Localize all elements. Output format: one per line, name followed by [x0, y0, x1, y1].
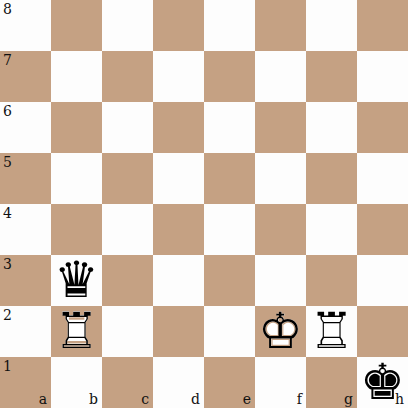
square-b5[interactable]	[51, 153, 102, 204]
square-h2[interactable]	[357, 306, 408, 357]
square-d3[interactable]	[153, 255, 204, 306]
square-b1[interactable]: b	[51, 357, 102, 408]
square-c7[interactable]	[102, 51, 153, 102]
white-rook[interactable]: ♜♖	[51, 306, 102, 357]
square-g8[interactable]	[306, 0, 357, 51]
square-c5[interactable]	[102, 153, 153, 204]
square-h6[interactable]	[357, 102, 408, 153]
square-a6[interactable]: 6	[0, 102, 51, 153]
square-a5[interactable]: 5	[0, 153, 51, 204]
rank-label-6: 6	[3, 104, 12, 118]
square-g1[interactable]: g	[306, 357, 357, 408]
square-d8[interactable]	[153, 0, 204, 51]
white-rook-glyph: ♖	[51, 306, 102, 357]
square-e8[interactable]	[204, 0, 255, 51]
square-d2[interactable]	[153, 306, 204, 357]
file-label-a: a	[39, 392, 47, 406]
square-g6[interactable]	[306, 102, 357, 153]
white-king[interactable]: ♚♔	[255, 306, 306, 357]
square-e3[interactable]	[204, 255, 255, 306]
rank-label-3: 3	[3, 257, 12, 271]
square-e2[interactable]	[204, 306, 255, 357]
square-g5[interactable]	[306, 153, 357, 204]
square-a2[interactable]: 2	[0, 306, 51, 357]
rank-label-1: 1	[3, 359, 12, 373]
square-h3[interactable]	[357, 255, 408, 306]
white-rook-glyph: ♖	[306, 306, 357, 357]
square-b8[interactable]	[51, 0, 102, 51]
file-label-g: g	[344, 392, 353, 406]
square-e1[interactable]: e	[204, 357, 255, 408]
square-d6[interactable]	[153, 102, 204, 153]
square-g7[interactable]	[306, 51, 357, 102]
square-c2[interactable]	[102, 306, 153, 357]
square-a1[interactable]: 1a	[0, 357, 51, 408]
square-f8[interactable]	[255, 0, 306, 51]
square-f6[interactable]	[255, 102, 306, 153]
square-a8[interactable]: 8	[0, 0, 51, 51]
file-label-f: f	[297, 392, 302, 406]
square-h1[interactable]: h♚	[357, 357, 408, 408]
file-label-d: d	[191, 392, 200, 406]
square-g2[interactable]: ♜♖	[306, 306, 357, 357]
black-king[interactable]: ♚	[357, 357, 408, 408]
square-f1[interactable]: f	[255, 357, 306, 408]
square-g3[interactable]	[306, 255, 357, 306]
square-c3[interactable]	[102, 255, 153, 306]
square-a4[interactable]: 4	[0, 204, 51, 255]
square-f4[interactable]	[255, 204, 306, 255]
square-b7[interactable]	[51, 51, 102, 102]
rank-label-7: 7	[3, 53, 12, 67]
square-a3[interactable]: 3	[0, 255, 51, 306]
rank-label-4: 4	[3, 206, 12, 220]
square-h8[interactable]	[357, 0, 408, 51]
black-queen-glyph: ♛	[51, 255, 102, 306]
square-f3[interactable]	[255, 255, 306, 306]
file-label-b: b	[89, 392, 98, 406]
square-d5[interactable]	[153, 153, 204, 204]
rank-label-2: 2	[3, 308, 12, 322]
rank-label-8: 8	[3, 2, 12, 16]
square-f2[interactable]: ♚♔	[255, 306, 306, 357]
rank-label-5: 5	[3, 155, 12, 169]
square-d7[interactable]	[153, 51, 204, 102]
file-label-e: e	[243, 392, 251, 406]
black-queen[interactable]: ♛	[51, 255, 102, 306]
square-e5[interactable]	[204, 153, 255, 204]
square-f7[interactable]	[255, 51, 306, 102]
square-e4[interactable]	[204, 204, 255, 255]
file-label-c: c	[141, 392, 149, 406]
white-king-glyph: ♔	[255, 306, 306, 357]
chess-board: 876543♛2♜♖♚♔♜♖1abcdefgh♚	[0, 0, 408, 408]
square-h5[interactable]	[357, 153, 408, 204]
square-f5[interactable]	[255, 153, 306, 204]
square-c4[interactable]	[102, 204, 153, 255]
square-b3[interactable]: ♛	[51, 255, 102, 306]
square-c1[interactable]: c	[102, 357, 153, 408]
black-king-glyph: ♚	[357, 357, 408, 408]
square-h7[interactable]	[357, 51, 408, 102]
square-b6[interactable]	[51, 102, 102, 153]
square-c6[interactable]	[102, 102, 153, 153]
square-h4[interactable]	[357, 204, 408, 255]
square-c8[interactable]	[102, 0, 153, 51]
square-b2[interactable]: ♜♖	[51, 306, 102, 357]
white-rook[interactable]: ♜♖	[306, 306, 357, 357]
square-b4[interactable]	[51, 204, 102, 255]
square-d4[interactable]	[153, 204, 204, 255]
square-e7[interactable]	[204, 51, 255, 102]
square-a7[interactable]: 7	[0, 51, 51, 102]
square-e6[interactable]	[204, 102, 255, 153]
square-g4[interactable]	[306, 204, 357, 255]
square-d1[interactable]: d	[153, 357, 204, 408]
